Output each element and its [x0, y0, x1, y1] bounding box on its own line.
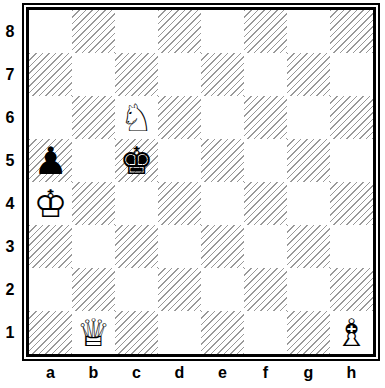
square-d8[interactable]: [158, 10, 201, 53]
square-c2[interactable]: [115, 268, 158, 311]
square-e3[interactable]: [201, 225, 244, 268]
square-c4[interactable]: [115, 182, 158, 225]
square-h2[interactable]: [330, 268, 373, 311]
square-c1[interactable]: [115, 311, 158, 354]
square-g3[interactable]: [287, 225, 330, 268]
square-d4[interactable]: [158, 182, 201, 225]
square-a4[interactable]: ♔: [29, 182, 72, 225]
chess-board: ♘♟♚♔♕♗: [26, 7, 376, 357]
square-d7[interactable]: [158, 53, 201, 96]
rank-label-3: 3: [0, 225, 20, 268]
square-h1[interactable]: ♗: [330, 311, 373, 354]
square-e8[interactable]: [201, 10, 244, 53]
chess-diagram: 87654321 ♘♟♚♔♕♗ abcdefgh: [0, 0, 385, 388]
piece-white-bishop[interactable]: ♗: [330, 311, 373, 354]
square-g8[interactable]: [287, 10, 330, 53]
square-e2[interactable]: [201, 268, 244, 311]
file-labels: abcdefgh: [29, 361, 373, 385]
rank-label-7: 7: [0, 53, 20, 96]
square-g6[interactable]: [287, 96, 330, 139]
square-f7[interactable]: [244, 53, 287, 96]
square-e7[interactable]: [201, 53, 244, 96]
rank-labels: 87654321: [0, 10, 22, 354]
file-label-a: a: [29, 361, 72, 385]
square-h8[interactable]: [330, 10, 373, 53]
square-d6[interactable]: [158, 96, 201, 139]
square-a1[interactable]: [29, 311, 72, 354]
rank-label-1: 1: [0, 311, 20, 354]
square-a3[interactable]: [29, 225, 72, 268]
square-b7[interactable]: [72, 53, 115, 96]
file-label-e: e: [201, 361, 244, 385]
rank-label-5: 5: [0, 139, 20, 182]
square-b1[interactable]: ♕: [72, 311, 115, 354]
square-f8[interactable]: [244, 10, 287, 53]
square-a6[interactable]: [29, 96, 72, 139]
square-b5[interactable]: [72, 139, 115, 182]
square-a2[interactable]: [29, 268, 72, 311]
square-b4[interactable]: [72, 182, 115, 225]
square-h7[interactable]: [330, 53, 373, 96]
square-b6[interactable]: [72, 96, 115, 139]
file-label-c: c: [115, 361, 158, 385]
piece-white-queen[interactable]: ♕: [72, 311, 115, 354]
square-c3[interactable]: [115, 225, 158, 268]
piece-black-pawn[interactable]: ♟: [29, 139, 72, 182]
square-c8[interactable]: [115, 10, 158, 53]
square-g7[interactable]: [287, 53, 330, 96]
square-f3[interactable]: [244, 225, 287, 268]
square-h6[interactable]: [330, 96, 373, 139]
square-f4[interactable]: [244, 182, 287, 225]
piece-white-knight[interactable]: ♘: [115, 96, 158, 139]
square-d2[interactable]: [158, 268, 201, 311]
file-label-b: b: [72, 361, 115, 385]
square-e5[interactable]: [201, 139, 244, 182]
square-e1[interactable]: [201, 311, 244, 354]
file-label-g: g: [287, 361, 330, 385]
square-d3[interactable]: [158, 225, 201, 268]
rank-label-2: 2: [0, 268, 20, 311]
square-d5[interactable]: [158, 139, 201, 182]
square-c6[interactable]: ♘: [115, 96, 158, 139]
square-f1[interactable]: [244, 311, 287, 354]
square-g1[interactable]: [287, 311, 330, 354]
rank-label-4: 4: [0, 182, 20, 225]
piece-black-king[interactable]: ♚: [115, 139, 158, 182]
square-h3[interactable]: [330, 225, 373, 268]
square-f5[interactable]: [244, 139, 287, 182]
file-label-h: h: [330, 361, 373, 385]
square-d1[interactable]: [158, 311, 201, 354]
square-h4[interactable]: [330, 182, 373, 225]
board-border: ♘♟♚♔♕♗: [22, 3, 380, 361]
square-a8[interactable]: [29, 10, 72, 53]
square-g4[interactable]: [287, 182, 330, 225]
square-a5[interactable]: ♟: [29, 139, 72, 182]
square-f2[interactable]: [244, 268, 287, 311]
square-a7[interactable]: [29, 53, 72, 96]
square-f6[interactable]: [244, 96, 287, 139]
square-b2[interactable]: [72, 268, 115, 311]
square-c5[interactable]: ♚: [115, 139, 158, 182]
file-label-f: f: [244, 361, 287, 385]
file-label-d: d: [158, 361, 201, 385]
square-g5[interactable]: [287, 139, 330, 182]
rank-label-8: 8: [0, 10, 20, 53]
rank-label-6: 6: [0, 96, 20, 139]
square-e6[interactable]: [201, 96, 244, 139]
piece-white-king[interactable]: ♔: [29, 182, 72, 225]
square-b3[interactable]: [72, 225, 115, 268]
square-e4[interactable]: [201, 182, 244, 225]
square-h5[interactable]: [330, 139, 373, 182]
square-c7[interactable]: [115, 53, 158, 96]
square-b8[interactable]: [72, 10, 115, 53]
square-g2[interactable]: [287, 268, 330, 311]
